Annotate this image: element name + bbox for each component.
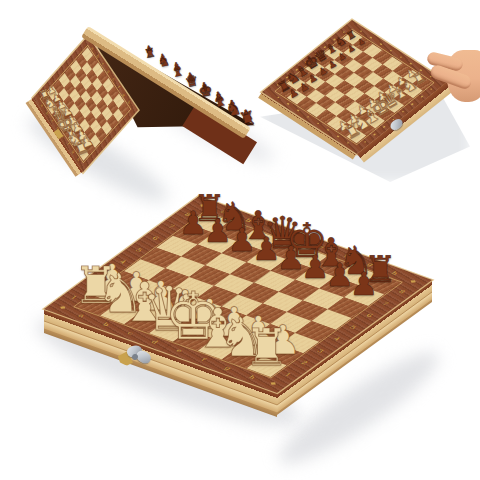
clasp bbox=[116, 341, 154, 373]
product-photo-background: { "game": "chess", "scene": "wooden fold… bbox=[0, 0, 480, 480]
border-corner-ornament bbox=[411, 280, 416, 282]
view-main-board: aabbccddeeffgghh8877665544332211♜♞♝♛♚♝♞♜… bbox=[0, 0, 480, 480]
piece-white-rook: ♜ bbox=[244, 323, 290, 374]
border-corner-ornament bbox=[271, 382, 276, 384]
piece-black-pawn: ♟ bbox=[350, 268, 379, 300]
border-corner-ornament bbox=[60, 306, 65, 308]
